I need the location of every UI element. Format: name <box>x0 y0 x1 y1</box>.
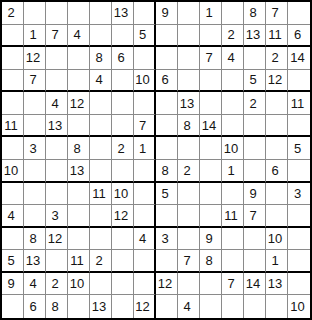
cell-r1c11-empty[interactable] <box>222 2 244 25</box>
cell-r14c8-empty[interactable] <box>156 295 178 318</box>
cell-r11c2-given[interactable]: 8 <box>24 228 46 251</box>
cell-r11c9-empty[interactable] <box>178 228 200 251</box>
cell-r3c13-given[interactable]: 2 <box>266 47 288 70</box>
cell-r1c10-given[interactable]: 1 <box>200 2 222 25</box>
cell-r2c9-empty[interactable] <box>178 25 200 48</box>
cell-r12c9-given[interactable]: 7 <box>178 250 200 273</box>
cell-r13c3-given[interactable]: 2 <box>46 273 68 296</box>
cell-r1c4-empty[interactable] <box>68 2 90 25</box>
cell-r7c9-empty[interactable] <box>178 137 200 160</box>
cell-r5c9-given[interactable]: 13 <box>178 92 200 115</box>
cell-r9c14-given[interactable]: 3 <box>288 183 310 206</box>
cell-r5c13-empty[interactable] <box>266 92 288 115</box>
cell-r10c8-empty[interactable] <box>156 205 178 228</box>
cell-r11c14-empty[interactable] <box>288 228 310 251</box>
cell-r6c2-empty[interactable] <box>24 115 46 138</box>
cell-r3c8-empty[interactable] <box>156 47 178 70</box>
cell-r4c9-empty[interactable] <box>178 70 200 93</box>
cell-r9c7-empty[interactable] <box>134 183 156 206</box>
cell-r4c4-empty[interactable] <box>68 70 90 93</box>
cell-r12c12-empty[interactable] <box>244 250 266 273</box>
cell-r2c1-empty[interactable] <box>2 25 24 48</box>
cell-r13c8-given[interactable]: 12 <box>156 273 178 296</box>
cell-r14c14-given[interactable]: 10 <box>288 295 310 318</box>
cell-r12c11-empty[interactable] <box>222 250 244 273</box>
cell-r8c11-given[interactable]: 1 <box>222 160 244 183</box>
cell-r1c1-given[interactable]: 2 <box>2 2 24 25</box>
cell-r9c13-empty[interactable] <box>266 183 288 206</box>
cell-r8c9-given[interactable]: 2 <box>178 160 200 183</box>
cell-r1c5-empty[interactable] <box>90 2 112 25</box>
cell-r8c7-empty[interactable] <box>134 160 156 183</box>
cell-r8c3-empty[interactable] <box>46 160 68 183</box>
cell-r3c10-given[interactable]: 7 <box>200 47 222 70</box>
cell-r7c12-empty[interactable] <box>244 137 266 160</box>
cell-r3c11-given[interactable]: 4 <box>222 47 244 70</box>
cell-r9c4-empty[interactable] <box>68 183 90 206</box>
cell-r4c10-empty[interactable] <box>200 70 222 93</box>
cell-r7c10-empty[interactable] <box>200 137 222 160</box>
cell-r1c14-empty[interactable] <box>288 2 310 25</box>
cell-r14c10-empty[interactable] <box>200 295 222 318</box>
cell-r2c4-given[interactable]: 4 <box>68 25 90 48</box>
cell-r2c11-given[interactable]: 2 <box>222 25 244 48</box>
cell-r4c1-empty[interactable] <box>2 70 24 93</box>
cell-r9c6-given[interactable]: 10 <box>112 183 134 206</box>
cell-r14c7-given[interactable]: 12 <box>134 295 156 318</box>
cell-r3c5-given[interactable]: 8 <box>90 47 112 70</box>
cell-r13c11-given[interactable]: 7 <box>222 273 244 296</box>
cell-r10c7-empty[interactable] <box>134 205 156 228</box>
cell-r1c8-given[interactable]: 9 <box>156 2 178 25</box>
cell-r13c9-empty[interactable] <box>178 273 200 296</box>
cell-r12c14-empty[interactable] <box>288 250 310 273</box>
cell-r14c12-empty[interactable] <box>244 295 266 318</box>
cell-r1c9-empty[interactable] <box>178 2 200 25</box>
cell-r6c1-given[interactable]: 11 <box>2 115 24 138</box>
cell-r12c3-empty[interactable] <box>46 250 68 273</box>
cell-r4c7-given[interactable]: 10 <box>134 70 156 93</box>
cell-r2c8-empty[interactable] <box>156 25 178 48</box>
cell-r13c14-empty[interactable] <box>288 273 310 296</box>
cell-r12c2-given[interactable]: 13 <box>24 250 46 273</box>
cell-r10c13-empty[interactable] <box>266 205 288 228</box>
cell-r9c2-empty[interactable] <box>24 183 46 206</box>
cell-r10c6-given[interactable]: 12 <box>112 205 134 228</box>
cell-r8c1-given[interactable]: 10 <box>2 160 24 183</box>
cell-r14c1-empty[interactable] <box>2 295 24 318</box>
cell-r5c3-given[interactable]: 4 <box>46 92 68 115</box>
sudoku-board: 2139187174521311612867421474106512412132… <box>0 0 312 320</box>
cell-r3c14-given[interactable]: 14 <box>288 47 310 70</box>
cell-r1c3-empty[interactable] <box>46 2 68 25</box>
cell-r13c12-given[interactable]: 14 <box>244 273 266 296</box>
cell-r14c9-given[interactable]: 4 <box>178 295 200 318</box>
cell-r11c3-given[interactable]: 12 <box>46 228 68 251</box>
cell-r14c11-empty[interactable] <box>222 295 244 318</box>
cell-r9c3-empty[interactable] <box>46 183 68 206</box>
cell-r5c10-empty[interactable] <box>200 92 222 115</box>
cell-r5c4-given[interactable]: 12 <box>68 92 90 115</box>
cell-r4c14-empty[interactable] <box>288 70 310 93</box>
cell-r11c5-empty[interactable] <box>90 228 112 251</box>
cell-r9c8-given[interactable]: 5 <box>156 183 178 206</box>
cell-r2c7-given[interactable]: 5 <box>134 25 156 48</box>
cell-r4c2-given[interactable]: 7 <box>24 70 46 93</box>
cell-r13c4-given[interactable]: 10 <box>68 273 90 296</box>
cell-r2c14-given[interactable]: 6 <box>288 25 310 48</box>
cell-r6c3-given[interactable]: 13 <box>46 115 68 138</box>
cell-r3c3-empty[interactable] <box>46 47 68 70</box>
cell-r7c2-given[interactable]: 3 <box>24 137 46 160</box>
cell-r12c1-given[interactable]: 5 <box>2 250 24 273</box>
cell-r8c6-empty[interactable] <box>112 160 134 183</box>
cell-r13c13-given[interactable]: 13 <box>266 273 288 296</box>
cell-r5c12-given[interactable]: 2 <box>244 92 266 115</box>
cell-r6c13-empty[interactable] <box>266 115 288 138</box>
cell-r11c10-given[interactable]: 9 <box>200 228 222 251</box>
cell-r12c6-empty[interactable] <box>112 250 134 273</box>
cell-r3c6-given[interactable]: 6 <box>112 47 134 70</box>
cell-r13c2-given[interactable]: 4 <box>24 273 46 296</box>
cell-r8c5-empty[interactable] <box>90 160 112 183</box>
cell-r4c3-empty[interactable] <box>46 70 68 93</box>
cell-r10c1-given[interactable]: 4 <box>2 205 24 228</box>
cell-r2c2-given[interactable]: 1 <box>24 25 46 48</box>
cell-r3c2-given[interactable]: 12 <box>24 47 46 70</box>
cell-r12c5-given[interactable]: 2 <box>90 250 112 273</box>
cell-r11c8-given[interactable]: 3 <box>156 228 178 251</box>
cell-r3c4-empty[interactable] <box>68 47 90 70</box>
cell-r11c13-given[interactable]: 10 <box>266 228 288 251</box>
cell-r12c4-given[interactable]: 11 <box>68 250 90 273</box>
cell-r10c3-given[interactable]: 3 <box>46 205 68 228</box>
cell-r1c7-empty[interactable] <box>134 2 156 25</box>
cell-r11c11-empty[interactable] <box>222 228 244 251</box>
cell-r7c4-given[interactable]: 8 <box>68 137 90 160</box>
cell-r7c3-empty[interactable] <box>46 137 68 160</box>
cell-r6c6-empty[interactable] <box>112 115 134 138</box>
cell-r8c4-given[interactable]: 13 <box>68 160 90 183</box>
cell-r14c2-given[interactable]: 6 <box>24 295 46 318</box>
cell-r10c10-empty[interactable] <box>200 205 222 228</box>
cell-r8c2-empty[interactable] <box>24 160 46 183</box>
cell-r14c6-empty[interactable] <box>112 295 134 318</box>
cell-r9c12-given[interactable]: 9 <box>244 183 266 206</box>
cell-r2c12-given[interactable]: 13 <box>244 25 266 48</box>
cell-r6c4-empty[interactable] <box>68 115 90 138</box>
cell-r10c12-given[interactable]: 7 <box>244 205 266 228</box>
cell-r10c14-empty[interactable] <box>288 205 310 228</box>
cell-r8c8-given[interactable]: 8 <box>156 160 178 183</box>
cell-r14c5-given[interactable]: 13 <box>90 295 112 318</box>
cell-r4c6-empty[interactable] <box>112 70 134 93</box>
cell-r2c10-empty[interactable] <box>200 25 222 48</box>
cell-r2c3-given[interactable]: 7 <box>46 25 68 48</box>
cell-r9c5-given[interactable]: 11 <box>90 183 112 206</box>
cell-r3c7-empty[interactable] <box>134 47 156 70</box>
cell-r4c5-given[interactable]: 4 <box>90 70 112 93</box>
cell-r7c11-given[interactable]: 10 <box>222 137 244 160</box>
cell-r7c14-given[interactable]: 5 <box>288 137 310 160</box>
cell-r9c11-empty[interactable] <box>222 183 244 206</box>
cell-r11c6-empty[interactable] <box>112 228 134 251</box>
cell-r4c12-given[interactable]: 5 <box>244 70 266 93</box>
cell-r4c11-empty[interactable] <box>222 70 244 93</box>
cell-r10c2-empty[interactable] <box>24 205 46 228</box>
cell-r8c14-empty[interactable] <box>288 160 310 183</box>
cell-r1c13-given[interactable]: 7 <box>266 2 288 25</box>
cell-r8c13-given[interactable]: 6 <box>266 160 288 183</box>
cell-r13c7-empty[interactable] <box>134 273 156 296</box>
cell-r13c10-empty[interactable] <box>200 273 222 296</box>
cell-r5c2-empty[interactable] <box>24 92 46 115</box>
cell-r2c13-given[interactable]: 11 <box>266 25 288 48</box>
cell-r4c8-given[interactable]: 6 <box>156 70 178 93</box>
cell-r2c6-empty[interactable] <box>112 25 134 48</box>
cell-r12c8-empty[interactable] <box>156 250 178 273</box>
cell-r6c8-empty[interactable] <box>156 115 178 138</box>
cell-r5c1-empty[interactable] <box>2 92 24 115</box>
cell-r11c4-empty[interactable] <box>68 228 90 251</box>
cell-r3c12-empty[interactable] <box>244 47 266 70</box>
cell-r7c7-given[interactable]: 1 <box>134 137 156 160</box>
cell-r7c6-given[interactable]: 2 <box>112 137 134 160</box>
cell-r6c5-empty[interactable] <box>90 115 112 138</box>
cell-r1c6-given[interactable]: 13 <box>112 2 134 25</box>
cell-r7c13-empty[interactable] <box>266 137 288 160</box>
cell-r4c13-given[interactable]: 12 <box>266 70 288 93</box>
cell-r1c2-empty[interactable] <box>24 2 46 25</box>
cell-r14c3-given[interactable]: 8 <box>46 295 68 318</box>
cell-r6c7-given[interactable]: 7 <box>134 115 156 138</box>
cell-r9c1-empty[interactable] <box>2 183 24 206</box>
cell-r12c13-given[interactable]: 1 <box>266 250 288 273</box>
cell-r3c1-empty[interactable] <box>2 47 24 70</box>
cell-r5c6-empty[interactable] <box>112 92 134 115</box>
cell-r14c13-empty[interactable] <box>266 295 288 318</box>
cell-r14c4-empty[interactable] <box>68 295 90 318</box>
cell-r6c14-empty[interactable] <box>288 115 310 138</box>
cell-r9c9-empty[interactable] <box>178 183 200 206</box>
cell-r6c9-given[interactable]: 8 <box>178 115 200 138</box>
cell-r13c6-empty[interactable] <box>112 273 134 296</box>
cell-r9c10-empty[interactable] <box>200 183 222 206</box>
cell-r6c11-empty[interactable] <box>222 115 244 138</box>
cell-r13c5-empty[interactable] <box>90 273 112 296</box>
cell-r11c1-empty[interactable] <box>2 228 24 251</box>
cell-r5c7-empty[interactable] <box>134 92 156 115</box>
cell-r8c10-empty[interactable] <box>200 160 222 183</box>
cell-r6c12-empty[interactable] <box>244 115 266 138</box>
cell-r8c12-empty[interactable] <box>244 160 266 183</box>
cell-r1c12-given[interactable]: 8 <box>244 2 266 25</box>
cell-r11c7-given[interactable]: 4 <box>134 228 156 251</box>
cell-r2c5-empty[interactable] <box>90 25 112 48</box>
cell-r10c5-empty[interactable] <box>90 205 112 228</box>
cell-r5c11-empty[interactable] <box>222 92 244 115</box>
cell-r13c1-given[interactable]: 9 <box>2 273 24 296</box>
cell-r7c5-empty[interactable] <box>90 137 112 160</box>
cell-r10c9-empty[interactable] <box>178 205 200 228</box>
cell-r12c10-given[interactable]: 8 <box>200 250 222 273</box>
cell-r6c10-given[interactable]: 14 <box>200 115 222 138</box>
cell-r5c5-empty[interactable] <box>90 92 112 115</box>
cell-r10c4-empty[interactable] <box>68 205 90 228</box>
cell-r11c12-empty[interactable] <box>244 228 266 251</box>
cell-r10c11-given[interactable]: 11 <box>222 205 244 228</box>
cell-r12c7-empty[interactable] <box>134 250 156 273</box>
cell-r7c1-empty[interactable] <box>2 137 24 160</box>
cell-r5c8-empty[interactable] <box>156 92 178 115</box>
cell-r3c9-empty[interactable] <box>178 47 200 70</box>
cell-r7c8-empty[interactable] <box>156 137 178 160</box>
cell-r5c14-given[interactable]: 11 <box>288 92 310 115</box>
